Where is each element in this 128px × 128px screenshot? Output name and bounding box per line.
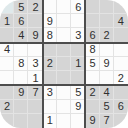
cell-r8c6[interactable]: 9 bbox=[71, 100, 85, 114]
cell-r4c2[interactable] bbox=[14, 43, 28, 57]
cell-r9c6[interactable] bbox=[71, 114, 85, 128]
cell-r9c4[interactable]: 1 bbox=[43, 114, 57, 128]
cell-r8c4[interactable] bbox=[43, 100, 57, 114]
cell-r9c3[interactable] bbox=[28, 114, 42, 128]
cell-r1c4[interactable] bbox=[43, 0, 57, 14]
cell-r3c9[interactable] bbox=[114, 28, 128, 42]
cell-r2c8[interactable] bbox=[100, 14, 114, 28]
cell-r3c1[interactable] bbox=[0, 28, 14, 42]
cell-r9c1[interactable] bbox=[0, 114, 14, 128]
cell-r6c2[interactable] bbox=[14, 71, 28, 85]
cell-r6c5[interactable] bbox=[57, 71, 71, 85]
cell-r5c4[interactable]: 2 bbox=[43, 57, 57, 71]
cell-r6c7[interactable] bbox=[85, 71, 99, 85]
cell-r7c7[interactable]: 2 bbox=[85, 85, 99, 99]
cell-r1c2[interactable]: 5 bbox=[14, 0, 28, 14]
cell-r3c3[interactable]: 9 bbox=[28, 28, 42, 42]
cell-r7c5[interactable] bbox=[57, 85, 71, 99]
cell-r2c5[interactable] bbox=[57, 14, 71, 28]
cell-r6c1[interactable] bbox=[0, 71, 14, 85]
cell-r4c8[interactable] bbox=[100, 43, 114, 57]
cell-r1c6[interactable]: 6 bbox=[71, 0, 85, 14]
sudoku-board: 526169449836248832159129735242956197 bbox=[0, 0, 128, 128]
cell-r6c9[interactable]: 2 bbox=[114, 71, 128, 85]
cell-r2c6[interactable] bbox=[71, 14, 85, 28]
cell-r6c3[interactable]: 1 bbox=[28, 71, 42, 85]
cell-r8c3[interactable] bbox=[28, 100, 42, 114]
cell-r3c8[interactable]: 2 bbox=[100, 28, 114, 42]
cell-r5c9[interactable] bbox=[114, 57, 128, 71]
cell-r3c5[interactable] bbox=[57, 28, 71, 42]
cell-r7c2[interactable]: 9 bbox=[14, 85, 28, 99]
cell-r2c9[interactable]: 4 bbox=[114, 14, 128, 28]
cell-r9c7[interactable]: 9 bbox=[85, 114, 99, 128]
cell-r1c1[interactable] bbox=[0, 0, 14, 14]
cell-r8c7[interactable] bbox=[85, 100, 99, 114]
cell-r4c7[interactable]: 8 bbox=[85, 43, 99, 57]
cell-r7c8[interactable]: 4 bbox=[100, 85, 114, 99]
cell-r5c5[interactable] bbox=[57, 57, 71, 71]
cell-r8c9[interactable]: 6 bbox=[114, 100, 128, 114]
cell-r3c6[interactable]: 3 bbox=[71, 28, 85, 42]
cell-r6c6[interactable] bbox=[71, 71, 85, 85]
cell-r4c5[interactable] bbox=[57, 43, 71, 57]
cell-r7c6[interactable]: 5 bbox=[71, 85, 85, 99]
cell-r4c6[interactable] bbox=[71, 43, 85, 57]
cell-r4c4[interactable] bbox=[43, 43, 57, 57]
cell-r5c7[interactable]: 5 bbox=[85, 57, 99, 71]
cell-r9c9[interactable] bbox=[114, 114, 128, 128]
cell-r6c4[interactable] bbox=[43, 71, 57, 85]
cell-r4c3[interactable] bbox=[28, 43, 42, 57]
cell-r5c6[interactable]: 1 bbox=[71, 57, 85, 71]
cell-r5c1[interactable] bbox=[0, 57, 14, 71]
cell-r4c9[interactable] bbox=[114, 43, 128, 57]
cell-r3c7[interactable]: 6 bbox=[85, 28, 99, 42]
cell-r5c3[interactable]: 3 bbox=[28, 57, 42, 71]
cell-r9c2[interactable] bbox=[14, 114, 28, 128]
cell-r7c1[interactable] bbox=[0, 85, 14, 99]
cell-r7c3[interactable]: 7 bbox=[28, 85, 42, 99]
cell-r7c9[interactable] bbox=[114, 85, 128, 99]
cell-r2c2[interactable]: 6 bbox=[14, 14, 28, 28]
cell-r2c7[interactable] bbox=[85, 14, 99, 28]
cell-r1c8[interactable] bbox=[100, 0, 114, 14]
cell-r2c4[interactable]: 9 bbox=[43, 14, 57, 28]
cell-r1c9[interactable] bbox=[114, 0, 128, 14]
cell-r7c4[interactable]: 3 bbox=[43, 85, 57, 99]
cell-r1c3[interactable]: 2 bbox=[28, 0, 42, 14]
sudoku-app-icon: 526169449836248832159129735242956197 bbox=[0, 0, 128, 128]
cell-r3c4[interactable]: 8 bbox=[43, 28, 57, 42]
cell-r1c5[interactable] bbox=[57, 0, 71, 14]
cell-r9c5[interactable] bbox=[57, 114, 71, 128]
cell-r6c8[interactable] bbox=[100, 71, 114, 85]
cell-r8c1[interactable]: 2 bbox=[0, 100, 14, 114]
cell-r3c2[interactable]: 4 bbox=[14, 28, 28, 42]
cell-r8c8[interactable]: 5 bbox=[100, 100, 114, 114]
cell-r5c8[interactable]: 9 bbox=[100, 57, 114, 71]
cell-r8c2[interactable] bbox=[14, 100, 28, 114]
cell-r5c2[interactable]: 8 bbox=[14, 57, 28, 71]
cell-r8c5[interactable] bbox=[57, 100, 71, 114]
cell-r4c1[interactable]: 4 bbox=[0, 43, 14, 57]
cell-r2c1[interactable]: 1 bbox=[0, 14, 14, 28]
cell-r1c7[interactable] bbox=[85, 0, 99, 14]
cell-r2c3[interactable] bbox=[28, 14, 42, 28]
cell-r9c8[interactable]: 7 bbox=[100, 114, 114, 128]
